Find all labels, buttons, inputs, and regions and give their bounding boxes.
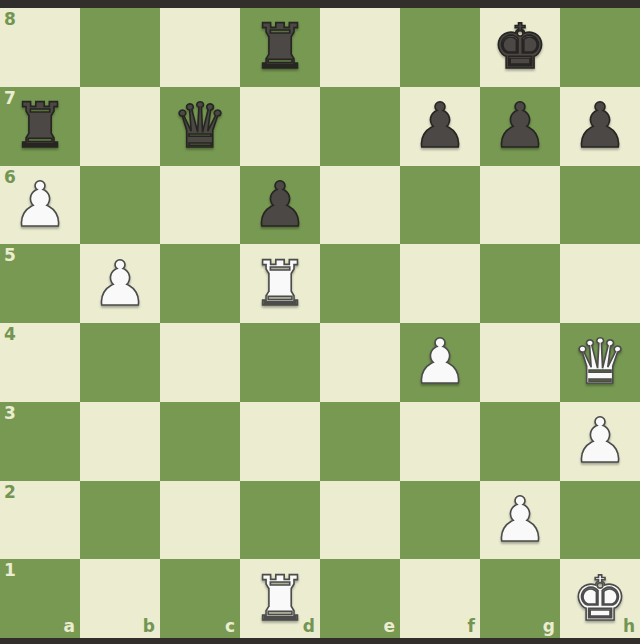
- square-g6[interactable]: [480, 166, 560, 245]
- piece-black-pawn[interactable]: ♟︎: [480, 87, 560, 166]
- rank-label-1: 1: [4, 562, 16, 579]
- square-a1[interactable]: 1a: [0, 559, 80, 638]
- file-label-b: b: [143, 618, 155, 635]
- square-f4[interactable]: ♟︎: [400, 323, 480, 402]
- square-f7[interactable]: ♟︎: [400, 87, 480, 166]
- square-g3[interactable]: [480, 402, 560, 481]
- rank-label-4: 4: [4, 326, 16, 343]
- square-f3[interactable]: [400, 402, 480, 481]
- square-c2[interactable]: [160, 481, 240, 560]
- file-label-c: c: [225, 618, 235, 635]
- piece-white-rook[interactable]: ♜︎: [240, 244, 320, 323]
- square-g4[interactable]: [480, 323, 560, 402]
- square-f2[interactable]: [400, 481, 480, 560]
- square-d1[interactable]: ♜︎d: [240, 559, 320, 638]
- square-b4[interactable]: [80, 323, 160, 402]
- square-b7[interactable]: [80, 87, 160, 166]
- file-label-e: e: [383, 618, 395, 635]
- square-b8[interactable]: [80, 8, 160, 87]
- piece-white-pawn[interactable]: ♟︎: [400, 323, 480, 402]
- square-c8[interactable]: [160, 8, 240, 87]
- square-a4[interactable]: 4: [0, 323, 80, 402]
- piece-black-queen[interactable]: ♛︎: [160, 87, 240, 166]
- chess-board: 8♜︎♚︎♜︎7♛︎♟︎♟︎♟︎♟︎6♟︎5♟︎♜︎4♟︎♛︎3♟︎2♟︎1ab…: [0, 8, 640, 638]
- square-b6[interactable]: [80, 166, 160, 245]
- square-d5[interactable]: ♜︎: [240, 244, 320, 323]
- square-e5[interactable]: [320, 244, 400, 323]
- piece-black-pawn[interactable]: ♟︎: [560, 87, 640, 166]
- square-b1[interactable]: b: [80, 559, 160, 638]
- piece-white-rook[interactable]: ♜︎: [240, 559, 320, 638]
- square-a6[interactable]: ♟︎6: [0, 166, 80, 245]
- rank-label-8: 8: [4, 11, 16, 28]
- piece-black-pawn[interactable]: ♟︎: [240, 166, 320, 245]
- square-e6[interactable]: [320, 166, 400, 245]
- square-b5[interactable]: ♟︎: [80, 244, 160, 323]
- square-d8[interactable]: ♜︎: [240, 8, 320, 87]
- rank-label-5: 5: [4, 247, 16, 264]
- square-h3[interactable]: ♟︎: [560, 402, 640, 481]
- piece-black-pawn[interactable]: ♟︎: [400, 87, 480, 166]
- piece-black-rook[interactable]: ♜︎: [0, 87, 80, 166]
- piece-black-king[interactable]: ♚︎: [480, 8, 560, 87]
- square-b3[interactable]: [80, 402, 160, 481]
- square-h1[interactable]: ♚︎h: [560, 559, 640, 638]
- square-f8[interactable]: [400, 8, 480, 87]
- square-d4[interactable]: [240, 323, 320, 402]
- square-c7[interactable]: ♛︎: [160, 87, 240, 166]
- square-c5[interactable]: [160, 244, 240, 323]
- square-g5[interactable]: [480, 244, 560, 323]
- square-a7[interactable]: ♜︎7: [0, 87, 80, 166]
- square-c1[interactable]: c: [160, 559, 240, 638]
- piece-white-king[interactable]: ♚︎: [560, 559, 640, 638]
- piece-white-pawn[interactable]: ♟︎: [80, 244, 160, 323]
- square-d3[interactable]: [240, 402, 320, 481]
- square-c3[interactable]: [160, 402, 240, 481]
- square-d7[interactable]: [240, 87, 320, 166]
- file-label-g: g: [543, 618, 555, 635]
- square-d6[interactable]: ♟︎: [240, 166, 320, 245]
- square-a8[interactable]: 8: [0, 8, 80, 87]
- square-g8[interactable]: ♚︎: [480, 8, 560, 87]
- square-f1[interactable]: f: [400, 559, 480, 638]
- square-h5[interactable]: [560, 244, 640, 323]
- square-e8[interactable]: [320, 8, 400, 87]
- square-h2[interactable]: [560, 481, 640, 560]
- square-e4[interactable]: [320, 323, 400, 402]
- piece-white-queen[interactable]: ♛︎: [560, 323, 640, 402]
- square-e2[interactable]: [320, 481, 400, 560]
- square-h6[interactable]: [560, 166, 640, 245]
- square-e3[interactable]: [320, 402, 400, 481]
- square-f6[interactable]: [400, 166, 480, 245]
- square-g2[interactable]: ♟︎: [480, 481, 560, 560]
- piece-black-rook[interactable]: ♜︎: [240, 8, 320, 87]
- square-h7[interactable]: ♟︎: [560, 87, 640, 166]
- square-h4[interactable]: ♛︎: [560, 323, 640, 402]
- square-c6[interactable]: [160, 166, 240, 245]
- chess-app-background: 8♜︎♚︎♜︎7♛︎♟︎♟︎♟︎♟︎6♟︎5♟︎♜︎4♟︎♛︎3♟︎2♟︎1ab…: [0, 0, 640, 644]
- file-label-a: a: [64, 618, 75, 635]
- square-e1[interactable]: e: [320, 559, 400, 638]
- square-g7[interactable]: ♟︎: [480, 87, 560, 166]
- piece-white-pawn[interactable]: ♟︎: [560, 402, 640, 481]
- square-g1[interactable]: g: [480, 559, 560, 638]
- square-a2[interactable]: 2: [0, 481, 80, 560]
- rank-label-2: 2: [4, 484, 16, 501]
- square-b2[interactable]: [80, 481, 160, 560]
- rank-label-3: 3: [4, 405, 16, 422]
- square-c4[interactable]: [160, 323, 240, 402]
- piece-white-pawn[interactable]: ♟︎: [0, 166, 80, 245]
- square-f5[interactable]: [400, 244, 480, 323]
- file-label-f: f: [468, 618, 475, 635]
- square-a3[interactable]: 3: [0, 402, 80, 481]
- square-e7[interactable]: [320, 87, 400, 166]
- piece-white-pawn[interactable]: ♟︎: [480, 481, 560, 560]
- square-d2[interactable]: [240, 481, 320, 560]
- square-a5[interactable]: 5: [0, 244, 80, 323]
- square-h8[interactable]: [560, 8, 640, 87]
